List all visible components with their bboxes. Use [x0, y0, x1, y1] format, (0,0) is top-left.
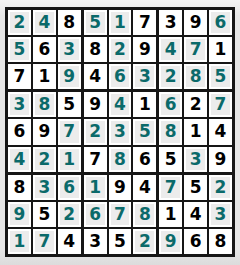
- cell-r4c6[interactable]: 1: [133, 92, 156, 117]
- cell-r3c1[interactable]: 7: [8, 64, 31, 89]
- cell-r9c2[interactable]: 7: [33, 229, 56, 254]
- box-r3c2: 194678352: [84, 175, 157, 254]
- cell-r6c2[interactable]: 2: [33, 147, 56, 172]
- cell-r3c7[interactable]: 2: [159, 64, 182, 89]
- cell-r3c6[interactable]: 3: [133, 64, 156, 89]
- cell-r5c9[interactable]: 4: [209, 119, 232, 144]
- cell-r8c3[interactable]: 2: [58, 202, 81, 227]
- cell-r4c1[interactable]: 3: [8, 92, 31, 117]
- cell-r4c7[interactable]: 6: [159, 92, 182, 117]
- cell-r4c9[interactable]: 7: [209, 92, 232, 117]
- cell-r5c3[interactable]: 7: [58, 119, 81, 144]
- cell-r6c3[interactable]: 1: [58, 147, 81, 172]
- cell-r6c7[interactable]: 5: [159, 147, 182, 172]
- cell-r9c7[interactable]: 9: [159, 229, 182, 254]
- cell-r2c9[interactable]: 1: [209, 37, 232, 62]
- cell-r1c1[interactable]: 2: [8, 10, 31, 35]
- cell-r2c8[interactable]: 7: [184, 37, 207, 62]
- box-r2c2: 941235786: [84, 92, 157, 171]
- cell-r5c1[interactable]: 6: [8, 119, 31, 144]
- cell-r5c8[interactable]: 1: [184, 119, 207, 144]
- cell-r8c8[interactable]: 4: [184, 202, 207, 227]
- box-r1c2: 517829463: [84, 10, 157, 89]
- window-background: 2485637195178294633964712853856974219412…: [0, 0, 240, 265]
- cell-r8c4[interactable]: 6: [84, 202, 107, 227]
- cell-r6c5[interactable]: 8: [109, 147, 132, 172]
- box-r3c1: 836952174: [8, 175, 81, 254]
- cell-r1c2[interactable]: 4: [33, 10, 56, 35]
- cell-r2c5[interactable]: 2: [109, 37, 132, 62]
- cell-r1c5[interactable]: 1: [109, 10, 132, 35]
- box-r1c3: 396471285: [159, 10, 232, 89]
- cell-r9c6[interactable]: 2: [133, 229, 156, 254]
- cell-r8c9[interactable]: 3: [209, 202, 232, 227]
- cell-r7c6[interactable]: 4: [133, 175, 156, 200]
- cell-r7c7[interactable]: 7: [159, 175, 182, 200]
- cell-r4c4[interactable]: 9: [84, 92, 107, 117]
- cell-r3c3[interactable]: 9: [58, 64, 81, 89]
- cell-r6c9[interactable]: 9: [209, 147, 232, 172]
- cell-r3c2[interactable]: 1: [33, 64, 56, 89]
- cell-r7c8[interactable]: 5: [184, 175, 207, 200]
- cell-r9c9[interactable]: 8: [209, 229, 232, 254]
- cell-r5c7[interactable]: 8: [159, 119, 182, 144]
- cell-r5c6[interactable]: 5: [133, 119, 156, 144]
- cell-r2c6[interactable]: 9: [133, 37, 156, 62]
- cell-r1c7[interactable]: 3: [159, 10, 182, 35]
- cell-r8c6[interactable]: 8: [133, 202, 156, 227]
- cell-r9c4[interactable]: 3: [84, 229, 107, 254]
- cell-r7c4[interactable]: 1: [84, 175, 107, 200]
- cell-r7c3[interactable]: 6: [58, 175, 81, 200]
- cell-r1c4[interactable]: 5: [84, 10, 107, 35]
- cell-r6c1[interactable]: 4: [8, 147, 31, 172]
- cell-r7c9[interactable]: 2: [209, 175, 232, 200]
- cell-r2c4[interactable]: 8: [84, 37, 107, 62]
- cell-r5c2[interactable]: 9: [33, 119, 56, 144]
- cell-r7c1[interactable]: 8: [8, 175, 31, 200]
- cell-r1c8[interactable]: 9: [184, 10, 207, 35]
- cell-r4c3[interactable]: 5: [58, 92, 81, 117]
- cell-r5c4[interactable]: 2: [84, 119, 107, 144]
- cell-r3c5[interactable]: 6: [109, 64, 132, 89]
- cell-r6c4[interactable]: 7: [84, 147, 107, 172]
- cell-r2c7[interactable]: 4: [159, 37, 182, 62]
- cell-r2c1[interactable]: 5: [8, 37, 31, 62]
- cell-r4c5[interactable]: 4: [109, 92, 132, 117]
- cell-r3c4[interactable]: 4: [84, 64, 107, 89]
- cell-r9c1[interactable]: 1: [8, 229, 31, 254]
- cell-r8c1[interactable]: 9: [8, 202, 31, 227]
- cell-r8c7[interactable]: 1: [159, 202, 182, 227]
- cell-r9c5[interactable]: 5: [109, 229, 132, 254]
- cell-r3c9[interactable]: 5: [209, 64, 232, 89]
- cell-r5c5[interactable]: 3: [109, 119, 132, 144]
- cell-r7c5[interactable]: 9: [109, 175, 132, 200]
- cell-r4c8[interactable]: 2: [184, 92, 207, 117]
- box-r3c3: 752143968: [159, 175, 232, 254]
- cell-r3c8[interactable]: 8: [184, 64, 207, 89]
- cell-r2c3[interactable]: 3: [58, 37, 81, 62]
- cell-r8c5[interactable]: 7: [109, 202, 132, 227]
- box-r2c3: 627814539: [159, 92, 232, 171]
- cell-r9c3[interactable]: 4: [58, 229, 81, 254]
- sudoku-board: 2485637195178294633964712853856974219412…: [5, 7, 235, 257]
- cell-r6c8[interactable]: 3: [184, 147, 207, 172]
- cell-r7c2[interactable]: 3: [33, 175, 56, 200]
- cell-r6c6[interactable]: 6: [133, 147, 156, 172]
- cell-r1c3[interactable]: 8: [58, 10, 81, 35]
- cell-r1c6[interactable]: 7: [133, 10, 156, 35]
- box-r2c1: 385697421: [8, 92, 81, 171]
- box-r1c1: 248563719: [8, 10, 81, 89]
- cell-r8c2[interactable]: 5: [33, 202, 56, 227]
- cell-r4c2[interactable]: 8: [33, 92, 56, 117]
- cell-r2c2[interactable]: 6: [33, 37, 56, 62]
- cell-r1c9[interactable]: 6: [209, 10, 232, 35]
- cell-r9c8[interactable]: 6: [184, 229, 207, 254]
